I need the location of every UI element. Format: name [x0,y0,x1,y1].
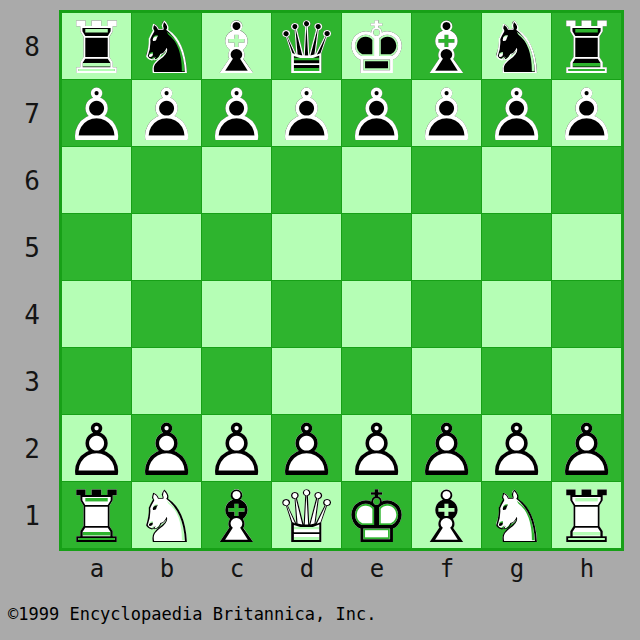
square-c1: ♝♗ [202,482,271,548]
file-label-c: c [202,553,272,585]
square-b8: ♞♘ [132,13,201,79]
black-knight-icon: ♞♘ [482,13,551,79]
square-c4 [202,281,271,347]
white-queen-icon: ♛♕ [272,482,341,548]
piece-outline-glyph: ♖ [62,482,131,548]
piece-outline-glyph: ♘ [482,13,551,79]
square-c7: ♟♙ [202,80,271,146]
piece-outline-glyph: ♗ [412,13,481,79]
square-a7: ♟♙ [62,80,131,146]
square-h6 [552,147,621,213]
rank-label-6: 6 [14,147,50,214]
piece-outline-glyph: ♘ [132,482,201,548]
square-f3 [412,348,481,414]
black-rook-icon: ♜♖ [552,13,621,79]
rank-labels: 87654321 [14,13,50,549]
square-e4 [342,281,411,347]
piece-outline-glyph: ♖ [552,13,621,79]
square-e8: ♚♔ [342,13,411,79]
square-f5 [412,214,481,280]
piece-outline-glyph: ♔ [342,482,411,548]
square-g2: ♟♙ [482,415,551,481]
piece-outline-glyph: ♙ [62,80,131,146]
square-g4 [482,281,551,347]
piece-outline-glyph: ♙ [412,80,481,146]
piece-outline-glyph: ♗ [202,13,271,79]
black-queen-icon: ♛♕ [272,13,341,79]
square-e3 [342,348,411,414]
square-f4 [412,281,481,347]
square-a1: ♜♖ [62,482,131,548]
white-bishop-icon: ♝♗ [202,482,271,548]
square-h5 [552,214,621,280]
black-pawn-icon: ♟♙ [482,80,551,146]
chess-diagram: 87654321 ♜♖♞♘♝♗♛♕♚♔♝♗♞♘♜♖♟♙♟♙♟♙♟♙♟♙♟♙♟♙♟… [0,0,640,640]
white-pawn-icon: ♟♙ [132,415,201,481]
square-d4 [272,281,341,347]
square-b6 [132,147,201,213]
file-label-h: h [552,553,622,585]
file-label-a: a [62,553,132,585]
square-d8: ♛♕ [272,13,341,79]
rank-label-2: 2 [14,415,50,482]
piece-outline-glyph: ♙ [482,415,551,481]
piece-outline-glyph: ♖ [552,482,621,548]
square-c3 [202,348,271,414]
square-h3 [552,348,621,414]
piece-outline-glyph: ♙ [202,80,271,146]
piece-outline-glyph: ♙ [132,415,201,481]
piece-outline-glyph: ♙ [552,415,621,481]
white-knight-icon: ♞♘ [482,482,551,548]
white-king-icon: ♚♔ [342,482,411,548]
black-pawn-icon: ♟♙ [202,80,271,146]
black-pawn-icon: ♟♙ [412,80,481,146]
square-d3 [272,348,341,414]
square-f8: ♝♗ [412,13,481,79]
square-h4 [552,281,621,347]
piece-outline-glyph: ♙ [482,80,551,146]
square-b3 [132,348,201,414]
file-label-f: f [412,553,482,585]
square-g6 [482,147,551,213]
file-label-g: g [482,553,552,585]
piece-outline-glyph: ♙ [272,415,341,481]
piece-outline-glyph: ♕ [272,13,341,79]
square-c2: ♟♙ [202,415,271,481]
piece-outline-glyph: ♔ [342,13,411,79]
rank-label-3: 3 [14,348,50,415]
piece-outline-glyph: ♙ [342,415,411,481]
square-b2: ♟♙ [132,415,201,481]
square-f1: ♝♗ [412,482,481,548]
white-pawn-icon: ♟♙ [552,415,621,481]
square-b1: ♞♘ [132,482,201,548]
square-h2: ♟♙ [552,415,621,481]
square-b7: ♟♙ [132,80,201,146]
piece-outline-glyph: ♙ [552,80,621,146]
piece-outline-glyph: ♕ [272,482,341,548]
piece-outline-glyph: ♙ [62,415,131,481]
white-rook-icon: ♜♖ [62,482,131,548]
square-e5 [342,214,411,280]
square-d6 [272,147,341,213]
piece-outline-glyph: ♙ [412,415,481,481]
square-b4 [132,281,201,347]
rank-label-7: 7 [14,80,50,147]
square-e6 [342,147,411,213]
piece-outline-glyph: ♘ [132,13,201,79]
square-g5 [482,214,551,280]
square-g8: ♞♘ [482,13,551,79]
black-pawn-icon: ♟♙ [62,80,131,146]
square-d2: ♟♙ [272,415,341,481]
black-knight-icon: ♞♘ [132,13,201,79]
black-king-icon: ♚♔ [342,13,411,79]
square-d1: ♛♕ [272,482,341,548]
file-label-d: d [272,553,342,585]
square-b5 [132,214,201,280]
square-a6 [62,147,131,213]
black-pawn-icon: ♟♙ [342,80,411,146]
black-pawn-icon: ♟♙ [552,80,621,146]
square-a2: ♟♙ [62,415,131,481]
square-a4 [62,281,131,347]
square-a5 [62,214,131,280]
square-d7: ♟♙ [272,80,341,146]
square-f7: ♟♙ [412,80,481,146]
square-c6 [202,147,271,213]
white-pawn-icon: ♟♙ [482,415,551,481]
square-h7: ♟♙ [552,80,621,146]
chess-board: ♜♖♞♘♝♗♛♕♚♔♝♗♞♘♜♖♟♙♟♙♟♙♟♙♟♙♟♙♟♙♟♙♟♙♟♙♟♙♟♙… [59,10,624,551]
file-labels: abcdefgh [62,553,622,585]
white-pawn-icon: ♟♙ [412,415,481,481]
black-bishop-icon: ♝♗ [412,13,481,79]
white-pawn-icon: ♟♙ [272,415,341,481]
black-pawn-icon: ♟♙ [272,80,341,146]
square-e7: ♟♙ [342,80,411,146]
rank-label-1: 1 [14,482,50,549]
square-h8: ♜♖ [552,13,621,79]
square-d5 [272,214,341,280]
piece-outline-glyph: ♗ [412,482,481,548]
piece-outline-glyph: ♖ [62,13,131,79]
white-pawn-icon: ♟♙ [342,415,411,481]
copyright-text: ©1999 Encyclopaedia Britannica, Inc. [8,604,376,624]
square-c5 [202,214,271,280]
rank-label-4: 4 [14,281,50,348]
square-g7: ♟♙ [482,80,551,146]
square-e1: ♚♔ [342,482,411,548]
piece-outline-glyph: ♘ [482,482,551,548]
square-e2: ♟♙ [342,415,411,481]
square-a8: ♜♖ [62,13,131,79]
piece-outline-glyph: ♙ [132,80,201,146]
black-rook-icon: ♜♖ [62,13,131,79]
square-g3 [482,348,551,414]
file-label-b: b [132,553,202,585]
white-bishop-icon: ♝♗ [412,482,481,548]
file-label-e: e [342,553,412,585]
square-g1: ♞♘ [482,482,551,548]
black-bishop-icon: ♝♗ [202,13,271,79]
square-a3 [62,348,131,414]
piece-outline-glyph: ♙ [272,80,341,146]
rank-label-8: 8 [14,13,50,80]
square-f6 [412,147,481,213]
piece-outline-glyph: ♗ [202,482,271,548]
white-rook-icon: ♜♖ [552,482,621,548]
white-knight-icon: ♞♘ [132,482,201,548]
square-c8: ♝♗ [202,13,271,79]
square-h1: ♜♖ [552,482,621,548]
black-pawn-icon: ♟♙ [132,80,201,146]
white-pawn-icon: ♟♙ [62,415,131,481]
piece-outline-glyph: ♙ [202,415,271,481]
square-f2: ♟♙ [412,415,481,481]
rank-label-5: 5 [14,214,50,281]
piece-outline-glyph: ♙ [342,80,411,146]
white-pawn-icon: ♟♙ [202,415,271,481]
